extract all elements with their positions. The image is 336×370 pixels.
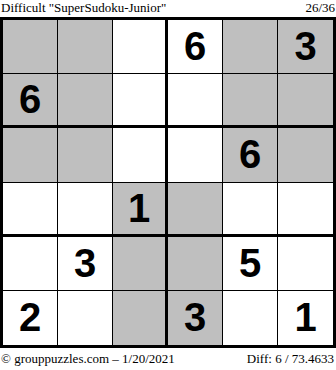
- cell-r4c4[interactable]: [168, 183, 223, 237]
- cell-r1c5[interactable]: [223, 20, 278, 74]
- cell-r2c3[interactable]: [113, 74, 168, 128]
- cell-r5c4[interactable]: [168, 237, 223, 291]
- cell-r5c6[interactable]: [278, 237, 333, 291]
- footer: © grouppuzzles.com – 1/20/2021 Diff: 6 /…: [0, 348, 336, 370]
- cell-r5c1[interactable]: [3, 237, 58, 291]
- cell-r4c6[interactable]: [278, 183, 333, 237]
- cell-r6c1[interactable]: 2: [3, 291, 58, 345]
- cell-r3c3[interactable]: [113, 128, 168, 182]
- cell-r6c5[interactable]: [223, 291, 278, 345]
- puzzle-counter: 26/36: [305, 0, 336, 15]
- cell-r4c2[interactable]: [58, 183, 113, 237]
- cell-r5c5[interactable]: 5: [223, 237, 278, 291]
- cell-r1c1[interactable]: [3, 20, 58, 74]
- cell-r4c5[interactable]: [223, 183, 278, 237]
- cell-r2c4[interactable]: [168, 74, 223, 128]
- puzzle-title: Difficult "SuperSudoku-Junior": [0, 0, 166, 15]
- cell-r3c6[interactable]: [278, 128, 333, 182]
- cell-r2c6[interactable]: [278, 74, 333, 128]
- cell-r2c1[interactable]: 6: [3, 74, 58, 128]
- cell-r6c6[interactable]: 1: [278, 291, 333, 345]
- cell-r3c2[interactable]: [58, 128, 113, 182]
- copyright-text: © grouppuzzles.com – 1/20/2021: [0, 351, 175, 367]
- cell-r2c5[interactable]: [223, 74, 278, 128]
- cell-r6c2[interactable]: [58, 291, 113, 345]
- cell-r4c1[interactable]: [3, 183, 58, 237]
- cell-r1c6[interactable]: 3: [278, 20, 333, 74]
- difficulty-text: Diff: 6 / 73.4633: [247, 351, 336, 367]
- cell-r1c2[interactable]: [58, 20, 113, 74]
- cell-r6c4[interactable]: 3: [168, 291, 223, 345]
- cell-r2c2[interactable]: [58, 74, 113, 128]
- cell-r1c3[interactable]: [113, 20, 168, 74]
- cell-r3c4[interactable]: [168, 128, 223, 182]
- cell-r5c3[interactable]: [113, 237, 168, 291]
- cell-r5c2[interactable]: 3: [58, 237, 113, 291]
- sudoku-board: 6366135231: [0, 17, 336, 348]
- cell-r3c5[interactable]: 6: [223, 128, 278, 182]
- header: Difficult "SuperSudoku-Junior" 26/36: [0, 0, 336, 17]
- cell-r1c4[interactable]: 6: [168, 20, 223, 74]
- cell-r6c3[interactable]: [113, 291, 168, 345]
- cell-r4c3[interactable]: 1: [113, 183, 168, 237]
- cell-r3c1[interactable]: [3, 128, 58, 182]
